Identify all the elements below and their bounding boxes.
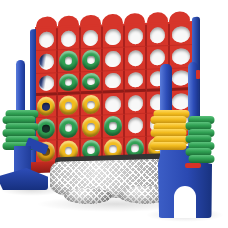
empty-hole (39, 31, 54, 48)
cell-c5r1 (125, 25, 147, 48)
green-ring (104, 116, 122, 136)
ring-center-hole (87, 77, 95, 85)
ring-center-hole (65, 124, 73, 132)
red-connector-bar (185, 163, 201, 168)
empty-hole (172, 70, 189, 85)
empty-hole (83, 29, 98, 46)
empty-hole (150, 27, 165, 44)
cell-c4r5 (103, 115, 125, 138)
green-ring (82, 50, 100, 70)
cell-c2r2 (58, 50, 80, 73)
cell-c7r1 (170, 23, 192, 46)
ring-center-hole (42, 124, 50, 132)
yellow-ring (37, 96, 55, 116)
ring-center-hole (87, 123, 95, 131)
ring-center-hole (65, 146, 73, 155)
cell-c3r3 (81, 71, 103, 94)
green-ring (59, 73, 77, 91)
empty-hole (128, 117, 143, 134)
empty-hole (39, 76, 54, 91)
cell-c4r4 (103, 93, 125, 116)
catch-net-fold (64, 188, 112, 204)
green-ring (37, 119, 55, 139)
right-leg-arch-cutout (174, 186, 196, 218)
cell-c5r4 (125, 92, 147, 115)
cell-c1r5 (36, 118, 58, 141)
green-stacked-ring (189, 155, 215, 163)
empty-hole (39, 53, 54, 70)
ring-center-hole (109, 144, 117, 153)
cell-c4r2 (103, 48, 125, 71)
empty-hole (128, 27, 143, 44)
yellow-ring (82, 117, 100, 137)
cell-c2r3 (58, 72, 80, 95)
yellow-ring (59, 95, 77, 115)
ring-center-hole (109, 122, 117, 130)
ring-center-hole (65, 57, 73, 65)
yellow-stacked-ring (151, 142, 187, 150)
cell-c1r3 (36, 73, 58, 96)
empty-hole (105, 28, 120, 45)
cell-c6r1 (147, 24, 169, 47)
cell-c3r5 (81, 116, 103, 139)
empty-hole (172, 26, 189, 43)
cell-c4r1 (103, 26, 125, 49)
cell-c4r3 (103, 70, 125, 93)
ring-center-hole (87, 145, 95, 154)
cell-c2r4 (58, 94, 80, 117)
ring-center-hole (87, 100, 95, 108)
empty-hole (128, 72, 143, 87)
empty-hole (105, 73, 120, 88)
empty-hole (105, 51, 120, 68)
ring-center-hole (131, 144, 139, 153)
empty-hole (128, 94, 143, 111)
cell-c5r2 (125, 47, 147, 70)
ring-center-hole (87, 56, 95, 64)
cell-c3r1 (81, 26, 103, 49)
cell-c1r1 (36, 28, 58, 51)
cell-c2r1 (58, 27, 80, 50)
green-ring (59, 51, 77, 71)
green-ring (82, 72, 100, 90)
yellow-ring (82, 95, 100, 115)
empty-hole (105, 95, 120, 112)
cell-c2r5 (58, 117, 80, 140)
empty-hole (128, 50, 143, 67)
cell-c5r3 (125, 69, 147, 92)
cell-c3r2 (81, 49, 103, 72)
ring-center-hole (65, 101, 73, 109)
product-photo-connect-four (0, 0, 228, 228)
empty-hole (61, 30, 76, 47)
right-yellow-ring-stack (152, 111, 188, 150)
right-green-ring-stack (187, 117, 213, 163)
ring-center-hole (65, 78, 73, 86)
empty-hole (172, 93, 189, 110)
green-ring (59, 118, 77, 138)
cell-c1r2 (36, 51, 58, 74)
cell-c5r5 (125, 114, 147, 137)
cell-c3r4 (81, 93, 103, 116)
ring-center-hole (42, 102, 50, 110)
empty-hole (172, 48, 189, 65)
red-peg (196, 70, 200, 79)
cell-c1r4 (36, 95, 58, 118)
